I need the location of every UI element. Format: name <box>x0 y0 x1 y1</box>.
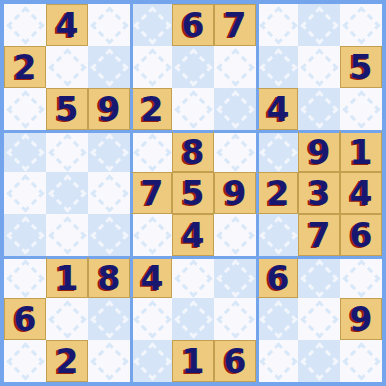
diamond-decoration-icon <box>300 48 338 86</box>
cell-r7c7: 6 <box>256 256 298 298</box>
diamond-decoration-icon <box>90 174 128 212</box>
cell-r4c3[interactable] <box>88 130 130 172</box>
cell-r1c6: 7 <box>214 4 256 46</box>
diamond-decoration-icon <box>259 342 297 380</box>
diamond-decoration-icon <box>342 90 380 128</box>
cell-r4c2[interactable] <box>46 130 88 172</box>
diamond-decoration-icon <box>6 259 44 297</box>
diamond-decoration-icon <box>342 6 380 44</box>
diamond-decoration-icon <box>300 6 338 44</box>
sudoku-board: 467255924891759234476184669216 <box>0 0 386 386</box>
cell-r1c8[interactable] <box>298 4 340 46</box>
diamond-decoration-icon <box>133 342 171 380</box>
diamond-decoration-icon <box>174 90 212 128</box>
cell-r9c8[interactable] <box>298 340 340 382</box>
cell-r7c2: 1 <box>46 256 88 298</box>
cell-r1c2: 4 <box>46 4 88 46</box>
cell-r4c7[interactable] <box>256 130 298 172</box>
cell-r6c6[interactable] <box>214 214 256 256</box>
diamond-decoration-icon <box>300 342 338 380</box>
cell-r5c5: 5 <box>172 172 214 214</box>
cell-r9c2: 2 <box>46 340 88 382</box>
cell-r3c8[interactable] <box>298 88 340 130</box>
cell-r1c7[interactable] <box>256 4 298 46</box>
cell-r5c9: 4 <box>340 172 382 214</box>
cell-r7c9[interactable] <box>340 256 382 298</box>
cell-r2c6[interactable] <box>214 46 256 88</box>
cell-r1c3[interactable] <box>88 4 130 46</box>
diamond-decoration-icon <box>133 133 171 171</box>
cell-r4c8: 9 <box>298 130 340 172</box>
cell-r2c7[interactable] <box>256 46 298 88</box>
cell-r2c2[interactable] <box>46 46 88 88</box>
cell-r4c5: 8 <box>172 130 214 172</box>
cell-r8c4[interactable] <box>130 298 172 340</box>
cell-r9c5: 1 <box>172 340 214 382</box>
cell-r8c9: 9 <box>340 298 382 340</box>
diamond-decoration-icon <box>90 48 128 86</box>
cell-r6c8: 7 <box>298 214 340 256</box>
diamond-decoration-icon <box>6 6 44 44</box>
cell-r8c3[interactable] <box>88 298 130 340</box>
diamond-decoration-icon <box>6 342 44 380</box>
cell-r7c6[interactable] <box>214 256 256 298</box>
cell-r3c1[interactable] <box>4 88 46 130</box>
diamond-decoration-icon <box>259 133 297 171</box>
cell-r3c5[interactable] <box>172 88 214 130</box>
diamond-decoration-icon <box>259 216 297 254</box>
diamond-decoration-icon <box>133 48 171 86</box>
cell-r8c8[interactable] <box>298 298 340 340</box>
diamond-decoration-icon <box>216 48 254 86</box>
diamond-decoration-icon <box>133 300 171 338</box>
diamond-decoration-icon <box>216 300 254 338</box>
cell-r4c9: 1 <box>340 130 382 172</box>
cell-r8c7[interactable] <box>256 298 298 340</box>
cell-r6c9: 6 <box>340 214 382 256</box>
cell-r5c6: 9 <box>214 172 256 214</box>
diamond-decoration-icon <box>174 300 212 338</box>
diamond-decoration-icon <box>133 216 171 254</box>
diamond-decoration-icon <box>259 48 297 86</box>
cell-r3c6[interactable] <box>214 88 256 130</box>
diamond-decoration-icon <box>300 300 338 338</box>
cell-r1c1[interactable] <box>4 4 46 46</box>
cell-r6c7[interactable] <box>256 214 298 256</box>
cell-r5c4: 7 <box>130 172 172 214</box>
diamond-decoration-icon <box>6 216 44 254</box>
diamond-decoration-icon <box>216 133 254 171</box>
cell-r9c1[interactable] <box>4 340 46 382</box>
cell-r2c4[interactable] <box>130 46 172 88</box>
cell-r2c5[interactable] <box>172 46 214 88</box>
diamond-decoration-icon <box>90 300 128 338</box>
diamond-decoration-icon <box>6 90 44 128</box>
diamond-decoration-icon <box>133 6 171 44</box>
cell-r4c1[interactable] <box>4 130 46 172</box>
cell-r1c4[interactable] <box>130 4 172 46</box>
cell-r2c8[interactable] <box>298 46 340 88</box>
cell-r7c1[interactable] <box>4 256 46 298</box>
diamond-decoration-icon <box>48 133 86 171</box>
diamond-decoration-icon <box>300 259 338 297</box>
diamond-decoration-icon <box>6 174 44 212</box>
cell-r6c5: 4 <box>172 214 214 256</box>
diamond-decoration-icon <box>48 48 86 86</box>
diamond-decoration-icon <box>259 300 297 338</box>
cell-r4c6[interactable] <box>214 130 256 172</box>
diamond-decoration-icon <box>48 300 86 338</box>
cell-r3c9[interactable] <box>340 88 382 130</box>
cell-r5c2[interactable] <box>46 172 88 214</box>
diamond-decoration-icon <box>90 133 128 171</box>
diamond-decoration-icon <box>216 259 254 297</box>
cell-r1c5: 6 <box>172 4 214 46</box>
cell-r6c3[interactable] <box>88 214 130 256</box>
cell-r2c9: 5 <box>340 46 382 88</box>
cell-r1c9[interactable] <box>340 4 382 46</box>
cell-r7c5[interactable] <box>172 256 214 298</box>
cell-r8c6[interactable] <box>214 298 256 340</box>
diamond-decoration-icon <box>174 48 212 86</box>
diamond-decoration-icon <box>48 216 86 254</box>
cell-r3c4: 2 <box>130 88 172 130</box>
cell-r9c3[interactable] <box>88 340 130 382</box>
cell-r4c4[interactable] <box>130 130 172 172</box>
diamond-decoration-icon <box>6 133 44 171</box>
cell-r3c7: 4 <box>256 88 298 130</box>
cell-r5c1[interactable] <box>4 172 46 214</box>
diamond-decoration-icon <box>216 216 254 254</box>
cell-r8c5[interactable] <box>172 298 214 340</box>
cell-r5c3[interactable] <box>88 172 130 214</box>
cell-r8c1: 6 <box>4 298 46 340</box>
diamond-decoration-icon <box>216 90 254 128</box>
diamond-decoration-icon <box>259 6 297 44</box>
diamond-decoration-icon <box>300 90 338 128</box>
cell-r7c4: 4 <box>130 256 172 298</box>
cell-r9c6: 6 <box>214 340 256 382</box>
diamond-decoration-icon <box>342 259 380 297</box>
diamond-decoration-icon <box>90 216 128 254</box>
cell-r6c4[interactable] <box>130 214 172 256</box>
cell-r6c1[interactable] <box>4 214 46 256</box>
cell-r2c3[interactable] <box>88 46 130 88</box>
cell-r2c1: 2 <box>4 46 46 88</box>
diamond-decoration-icon <box>90 342 128 380</box>
cell-r5c8: 3 <box>298 172 340 214</box>
diamond-decoration-icon <box>174 259 212 297</box>
cell-r3c3: 9 <box>88 88 130 130</box>
cell-r9c9[interactable] <box>340 340 382 382</box>
cell-r6c2[interactable] <box>46 214 88 256</box>
diamond-decoration-icon <box>90 6 128 44</box>
cell-r7c3: 8 <box>88 256 130 298</box>
cell-r5c7: 2 <box>256 172 298 214</box>
cell-r7c8[interactable] <box>298 256 340 298</box>
cell-r8c2[interactable] <box>46 298 88 340</box>
cell-r3c2: 5 <box>46 88 88 130</box>
cell-r9c7[interactable] <box>256 340 298 382</box>
diamond-decoration-icon <box>48 174 86 212</box>
cell-r9c4[interactable] <box>130 340 172 382</box>
diamond-decoration-icon <box>342 342 380 380</box>
